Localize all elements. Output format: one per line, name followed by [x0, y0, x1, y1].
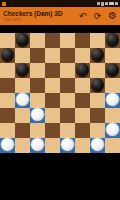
white-piece[interactable] [1, 138, 14, 151]
board-square[interactable] [60, 33, 75, 48]
board-square[interactable] [15, 33, 30, 48]
battery-icon [109, 2, 114, 5]
board-square[interactable] [75, 123, 90, 138]
board-square[interactable] [0, 93, 15, 108]
board-square[interactable] [0, 33, 15, 48]
black-piece[interactable] [16, 63, 29, 76]
wifi-icon [101, 2, 104, 6]
board-square[interactable] [30, 48, 45, 63]
titles: Checkers (Dam) 3D Your turn [3, 10, 77, 22]
settings-button[interactable]: ⚙ [107, 10, 118, 22]
status-left [2, 2, 6, 6]
board-square[interactable] [105, 138, 120, 153]
undo-button[interactable]: ↶ [77, 10, 88, 22]
board-square[interactable] [45, 123, 60, 138]
board-square[interactable] [15, 48, 30, 63]
board-square[interactable] [90, 108, 105, 123]
white-piece[interactable] [16, 93, 29, 106]
board-square[interactable] [60, 123, 75, 138]
board-square[interactable] [75, 63, 90, 78]
black-piece[interactable] [106, 33, 119, 46]
board-square[interactable] [45, 63, 60, 78]
board-square[interactable] [45, 78, 60, 93]
board-square[interactable] [105, 108, 120, 123]
board-square[interactable] [105, 78, 120, 93]
turn-status: Your turn [3, 17, 77, 22]
restart-button[interactable]: ⟳ [92, 10, 103, 22]
board-square[interactable] [75, 48, 90, 63]
board-square[interactable] [90, 138, 105, 153]
board-square[interactable] [75, 108, 90, 123]
board-square[interactable] [60, 63, 75, 78]
board-square[interactable] [30, 63, 45, 78]
black-piece[interactable] [106, 63, 119, 76]
board-square[interactable] [105, 33, 120, 48]
board-square[interactable] [30, 138, 45, 153]
board-square[interactable] [15, 63, 30, 78]
board-square[interactable] [30, 93, 45, 108]
clock-icon [115, 2, 118, 5]
board-square[interactable] [0, 48, 15, 63]
appbar-actions: ↶ ⟳ ⚙ [77, 10, 118, 22]
black-piece[interactable] [91, 78, 104, 91]
board-square[interactable] [45, 108, 60, 123]
board-square[interactable] [45, 33, 60, 48]
board-square[interactable] [75, 78, 90, 93]
board-square[interactable] [60, 48, 75, 63]
board-square[interactable] [105, 63, 120, 78]
white-piece[interactable] [106, 123, 119, 136]
page-title: Checkers (Dam) 3D [3, 10, 77, 17]
board-square[interactable] [0, 63, 15, 78]
status-bar [0, 0, 120, 7]
board-square[interactable] [105, 48, 120, 63]
board-square[interactable] [15, 108, 30, 123]
board-square[interactable] [0, 138, 15, 153]
board-square[interactable] [90, 93, 105, 108]
black-piece[interactable] [16, 33, 29, 46]
board-square[interactable] [105, 123, 120, 138]
status-right [97, 2, 118, 6]
board-square[interactable] [30, 123, 45, 138]
white-piece[interactable] [106, 93, 119, 106]
board-square[interactable] [45, 93, 60, 108]
board-square[interactable] [0, 123, 15, 138]
board-square[interactable] [45, 48, 60, 63]
board-square[interactable] [60, 108, 75, 123]
board-square[interactable] [60, 78, 75, 93]
restart-icon: ⟳ [94, 10, 102, 22]
board-square[interactable] [60, 93, 75, 108]
board-square[interactable] [75, 138, 90, 153]
signal-icon [97, 2, 100, 5]
app-screen: Checkers (Dam) 3D Your turn ↶ ⟳ ⚙ [0, 0, 120, 200]
gear-icon: ⚙ [108, 10, 117, 22]
black-piece[interactable] [91, 48, 104, 61]
board-square[interactable] [15, 123, 30, 138]
board-square[interactable] [90, 63, 105, 78]
board-square[interactable] [45, 138, 60, 153]
white-piece[interactable] [61, 138, 74, 151]
board-square[interactable] [15, 93, 30, 108]
white-piece[interactable] [31, 138, 44, 151]
board [0, 33, 120, 153]
board-square[interactable] [30, 78, 45, 93]
black-piece[interactable] [76, 63, 89, 76]
board-square[interactable] [15, 78, 30, 93]
board-square[interactable] [90, 48, 105, 63]
board-square[interactable] [0, 108, 15, 123]
board-square[interactable] [30, 108, 45, 123]
board-square[interactable] [90, 33, 105, 48]
board-square[interactable] [75, 93, 90, 108]
board-square[interactable] [90, 123, 105, 138]
black-piece[interactable] [1, 48, 14, 61]
board-square[interactable] [15, 138, 30, 153]
board-square[interactable] [0, 78, 15, 93]
network-icon [105, 2, 108, 5]
app-bar: Checkers (Dam) 3D Your turn ↶ ⟳ ⚙ [0, 7, 120, 25]
board-square[interactable] [60, 138, 75, 153]
white-piece[interactable] [91, 138, 104, 151]
board-square[interactable] [30, 33, 45, 48]
white-piece[interactable] [31, 108, 44, 121]
board-square[interactable] [75, 33, 90, 48]
board-square[interactable] [105, 93, 120, 108]
undo-icon: ↶ [79, 10, 87, 22]
notification-icon [2, 2, 6, 6]
board-square[interactable] [90, 78, 105, 93]
